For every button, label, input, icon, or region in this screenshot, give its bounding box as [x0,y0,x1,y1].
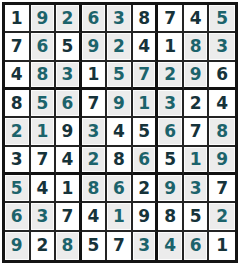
cell-r4c2[interactable]: 5 [31,90,57,118]
cell-r2c3[interactable]: 5 [56,33,82,61]
cell-r9c6[interactable]: 3 [133,232,159,260]
cell-r4c4[interactable]: 7 [82,90,108,118]
cell-r6c3[interactable]: 4 [56,147,82,175]
cell-r1c6[interactable]: 8 [133,5,159,33]
cell-r9c3[interactable]: 8 [56,232,82,260]
cell-r5c8[interactable]: 7 [184,118,210,146]
cell-r1c3[interactable]: 2 [56,5,82,33]
cell-r3c8[interactable]: 9 [184,62,210,90]
cell-r2c4[interactable]: 9 [82,33,108,61]
cell-r2c2[interactable]: 6 [31,33,57,61]
sudoku-page: 1926387457659241834831572968567913242193… [0,0,240,265]
cell-r4c8[interactable]: 2 [184,90,210,118]
cell-r4c9[interactable]: 4 [209,90,235,118]
cell-r4c1[interactable]: 8 [5,90,31,118]
cell-r8c9[interactable]: 2 [209,203,235,231]
cell-r5c9[interactable]: 8 [209,118,235,146]
cell-r2c6[interactable]: 4 [133,33,159,61]
cell-r5c1[interactable]: 2 [5,118,31,146]
cell-r1c7[interactable]: 7 [158,5,184,33]
cell-r7c7[interactable]: 9 [158,175,184,203]
cell-r3c3[interactable]: 3 [56,62,82,90]
cell-r1c9[interactable]: 5 [209,5,235,33]
cell-r5c7[interactable]: 6 [158,118,184,146]
cell-r2c5[interactable]: 2 [107,33,133,61]
cell-r2c8[interactable]: 8 [184,33,210,61]
cell-r8c7[interactable]: 8 [158,203,184,231]
cell-r7c1[interactable]: 5 [5,175,31,203]
cell-r7c5[interactable]: 6 [107,175,133,203]
cell-r1c8[interactable]: 4 [184,5,210,33]
cell-r2c1[interactable]: 7 [5,33,31,61]
cell-r5c2[interactable]: 1 [31,118,57,146]
cell-r5c5[interactable]: 4 [107,118,133,146]
cell-r6c2[interactable]: 7 [31,147,57,175]
cell-r4c6[interactable]: 1 [133,90,159,118]
cell-r7c9[interactable]: 7 [209,175,235,203]
cell-r7c4[interactable]: 8 [82,175,108,203]
cell-r2c9[interactable]: 3 [209,33,235,61]
cell-r7c8[interactable]: 3 [184,175,210,203]
cell-r6c8[interactable]: 1 [184,147,210,175]
cell-r6c5[interactable]: 8 [107,147,133,175]
cell-r8c2[interactable]: 3 [31,203,57,231]
cell-r4c3[interactable]: 6 [56,90,82,118]
cell-r1c1[interactable]: 1 [5,5,31,33]
cell-r6c9[interactable]: 9 [209,147,235,175]
cell-r3c4[interactable]: 1 [82,62,108,90]
cell-r9c7[interactable]: 4 [158,232,184,260]
cell-r5c3[interactable]: 9 [56,118,82,146]
cell-r3c9[interactable]: 6 [209,62,235,90]
cell-r7c2[interactable]: 4 [31,175,57,203]
sudoku-board: 1926387457659241834831572968567913242193… [2,2,238,263]
cell-r6c7[interactable]: 5 [158,147,184,175]
cell-r1c5[interactable]: 3 [107,5,133,33]
cell-r9c9[interactable]: 1 [209,232,235,260]
cell-r1c2[interactable]: 9 [31,5,57,33]
cell-r8c3[interactable]: 7 [56,203,82,231]
cell-r7c3[interactable]: 1 [56,175,82,203]
cell-r9c1[interactable]: 9 [5,232,31,260]
cell-r3c2[interactable]: 8 [31,62,57,90]
cell-r5c6[interactable]: 5 [133,118,159,146]
cell-r4c7[interactable]: 3 [158,90,184,118]
cell-r6c4[interactable]: 2 [82,147,108,175]
cell-r7c6[interactable]: 2 [133,175,159,203]
cell-r3c5[interactable]: 5 [107,62,133,90]
cell-r6c6[interactable]: 6 [133,147,159,175]
cell-r6c1[interactable]: 3 [5,147,31,175]
cell-r8c5[interactable]: 1 [107,203,133,231]
cell-r9c2[interactable]: 2 [31,232,57,260]
cell-r5c4[interactable]: 3 [82,118,108,146]
cell-r9c4[interactable]: 5 [82,232,108,260]
cell-r9c8[interactable]: 6 [184,232,210,260]
cell-r3c6[interactable]: 7 [133,62,159,90]
cell-r1c4[interactable]: 6 [82,5,108,33]
cell-r3c1[interactable]: 4 [5,62,31,90]
cell-r3c7[interactable]: 2 [158,62,184,90]
cell-r8c1[interactable]: 6 [5,203,31,231]
cell-r8c6[interactable]: 9 [133,203,159,231]
cell-r8c8[interactable]: 5 [184,203,210,231]
cell-r9c5[interactable]: 7 [107,232,133,260]
cell-r2c7[interactable]: 1 [158,33,184,61]
cell-r4c5[interactable]: 9 [107,90,133,118]
cell-r8c4[interactable]: 4 [82,203,108,231]
